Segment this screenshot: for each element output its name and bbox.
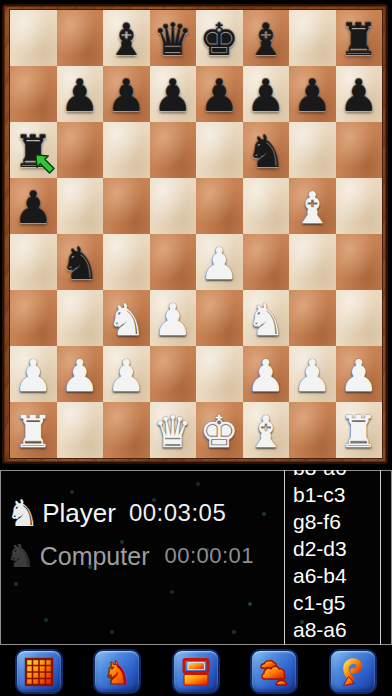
- square-g7[interactable]: ♟: [289, 66, 336, 122]
- toolbar: ♞: [0, 645, 392, 696]
- square-e8[interactable]: ♚: [196, 10, 243, 66]
- move-list[interactable]: b8-a6b1-c3g8-f6d2-d3a6-b4c1-g5a8-a6: [284, 470, 381, 645]
- square-c6[interactable]: [103, 122, 150, 178]
- square-e3[interactable]: [196, 290, 243, 346]
- square-h3[interactable]: [336, 290, 383, 346]
- square-g4[interactable]: [289, 234, 336, 290]
- square-f4[interactable]: [243, 234, 290, 290]
- square-f6[interactable]: ♞: [243, 122, 290, 178]
- square-b5[interactable]: [57, 178, 104, 234]
- square-c5[interactable]: [103, 178, 150, 234]
- pieces-button[interactable]: ♞: [93, 649, 141, 694]
- square-h1[interactable]: ♜: [336, 402, 383, 458]
- black-piece-h7: ♟: [339, 74, 378, 118]
- black-piece-b7: ♟: [60, 74, 99, 118]
- square-h8[interactable]: ♜: [336, 10, 383, 66]
- white-piece-c2: ♟: [107, 354, 146, 398]
- square-f3[interactable]: ♞: [243, 290, 290, 346]
- square-e4[interactable]: ♟: [196, 234, 243, 290]
- square-a4[interactable]: [10, 234, 57, 290]
- black-piece-h8: ♜: [339, 18, 378, 62]
- square-d7[interactable]: ♟: [150, 66, 197, 122]
- black-piece-d7: ♟: [153, 74, 192, 118]
- square-f5[interactable]: [243, 178, 290, 234]
- square-c3[interactable]: ♞: [103, 290, 150, 346]
- square-a5[interactable]: ♟: [10, 178, 57, 234]
- square-c8[interactable]: ♝: [103, 10, 150, 66]
- square-b8[interactable]: [57, 10, 104, 66]
- square-d5[interactable]: [150, 178, 197, 234]
- square-e1[interactable]: ♚: [196, 402, 243, 458]
- white-piece-h2: ♟: [339, 354, 378, 398]
- square-h5[interactable]: [336, 178, 383, 234]
- white-piece-e1: ♚: [200, 410, 239, 454]
- undo-arrow-icon: [336, 655, 370, 689]
- info-panel: ♞ Player 00:03:05 ♞ Computer 00:00:01 b8…: [0, 470, 392, 645]
- computer-clock: 00:00:01: [164, 543, 254, 569]
- player-clock: 00:03:05: [129, 499, 226, 527]
- square-b4[interactable]: ♞: [57, 234, 104, 290]
- white-piece-f1: ♝: [246, 410, 285, 454]
- save-button[interactable]: [172, 649, 220, 694]
- move-entry[interactable]: b1-c3: [293, 481, 380, 508]
- white-piece-d1: ♛: [153, 410, 192, 454]
- black-knight-icon: ♞: [6, 540, 35, 572]
- square-d1[interactable]: ♛: [150, 402, 197, 458]
- square-b1[interactable]: [57, 402, 104, 458]
- black-piece-g7: ♟: [293, 74, 332, 118]
- computer-name: Computer: [40, 542, 150, 571]
- square-d6[interactable]: [150, 122, 197, 178]
- white-piece-d3: ♟: [153, 298, 192, 342]
- white-piece-g5: ♝: [293, 186, 332, 230]
- player-name: Player: [42, 498, 116, 529]
- square-h7[interactable]: ♟: [336, 66, 383, 122]
- square-c4[interactable]: [103, 234, 150, 290]
- square-b7[interactable]: ♟: [57, 66, 104, 122]
- move-entry[interactable]: d2-d3: [293, 535, 380, 562]
- white-piece-h1: ♜: [339, 410, 378, 454]
- white-piece-a1: ♜: [14, 410, 53, 454]
- white-knight-icon: ♞: [6, 495, 39, 532]
- white-piece-f3: ♞: [246, 298, 285, 342]
- square-e6[interactable]: [196, 122, 243, 178]
- last-move-arrow-icon: [31, 150, 57, 176]
- starfield-background: [1, 471, 3, 473]
- square-f8[interactable]: ♝: [243, 10, 290, 66]
- white-piece-a2: ♟: [14, 354, 53, 398]
- black-piece-f6: ♞: [246, 130, 285, 174]
- board: ♝♛♚♝♜♟♟♟♟♟♟♟♜♞♟♝♞♟♞♟♞♟♟♟♟♟♟♜♛♚♝♜: [10, 10, 382, 458]
- white-piece-f2: ♟: [246, 354, 285, 398]
- square-a7[interactable]: [10, 66, 57, 122]
- square-d2[interactable]: [150, 346, 197, 402]
- black-piece-c8: ♝: [107, 18, 146, 62]
- black-piece-f8: ♝: [246, 18, 285, 62]
- square-c2[interactable]: ♟: [103, 346, 150, 402]
- square-e2[interactable]: [196, 346, 243, 402]
- square-g1[interactable]: [289, 402, 336, 458]
- player-row: ♞ Player 00:03:05: [6, 493, 226, 533]
- move-entry[interactable]: c1-g5: [293, 589, 380, 616]
- grid-icon: [22, 655, 56, 689]
- black-piece-e7: ♟: [200, 74, 239, 118]
- square-g6[interactable]: [289, 122, 336, 178]
- square-c1[interactable]: [103, 402, 150, 458]
- square-d8[interactable]: ♛: [150, 10, 197, 66]
- square-e7[interactable]: ♟: [196, 66, 243, 122]
- square-a8[interactable]: [10, 10, 57, 66]
- white-piece-g2: ♟: [293, 354, 332, 398]
- square-f2[interactable]: ♟: [243, 346, 290, 402]
- board-button[interactable]: [15, 649, 63, 694]
- square-b2[interactable]: ♟: [57, 346, 104, 402]
- square-h2[interactable]: ♟: [336, 346, 383, 402]
- scenery-button[interactable]: [250, 649, 298, 694]
- square-g2[interactable]: ♟: [289, 346, 336, 402]
- white-piece-e4: ♟: [200, 242, 239, 286]
- square-g8[interactable]: [289, 10, 336, 66]
- black-piece-e8: ♚: [200, 18, 239, 62]
- move-entry[interactable]: g8-f6: [293, 508, 380, 535]
- black-piece-c7: ♟: [107, 74, 146, 118]
- black-piece-f7: ♟: [246, 74, 285, 118]
- square-b6[interactable]: [57, 122, 104, 178]
- square-d4[interactable]: [150, 234, 197, 290]
- square-a6[interactable]: ♜: [10, 122, 57, 178]
- white-piece-c3: ♞: [107, 298, 146, 342]
- square-a2[interactable]: ♟: [10, 346, 57, 402]
- square-f7[interactable]: ♟: [243, 66, 290, 122]
- move-entry[interactable]: a6-b4: [293, 562, 380, 589]
- black-piece-d8: ♛: [153, 18, 192, 62]
- square-g5[interactable]: ♝: [289, 178, 336, 234]
- square-h6[interactable]: [336, 122, 383, 178]
- square-d3[interactable]: ♟: [150, 290, 197, 346]
- square-g3[interactable]: [289, 290, 336, 346]
- svg-text:♞: ♞: [103, 654, 132, 690]
- move-entry[interactable]: a8-a6: [293, 616, 380, 643]
- undo-button[interactable]: [329, 649, 377, 694]
- disk-icon: [179, 655, 213, 689]
- square-f1[interactable]: ♝: [243, 402, 290, 458]
- black-piece-b4: ♞: [60, 242, 99, 286]
- computer-row: ♞ Computer 00:00:01: [6, 537, 254, 575]
- square-a3[interactable]: [10, 290, 57, 346]
- square-a1[interactable]: ♜: [10, 402, 57, 458]
- black-piece-a5: ♟: [14, 186, 53, 230]
- square-h4[interactable]: [336, 234, 383, 290]
- square-b3[interactable]: [57, 290, 104, 346]
- square-c7[interactable]: ♟: [103, 66, 150, 122]
- square-e5[interactable]: [196, 178, 243, 234]
- white-piece-b2: ♟: [60, 354, 99, 398]
- knight-icon: ♞: [99, 654, 135, 690]
- move-entry[interactable]: b8-a6: [293, 470, 380, 481]
- clouds-icon: [257, 655, 291, 689]
